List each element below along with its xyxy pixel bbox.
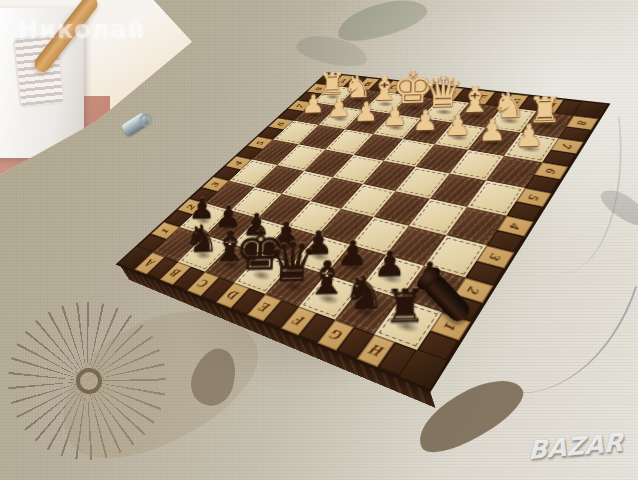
square-d7: ♟	[373, 114, 421, 139]
square-c7: ♟	[345, 110, 392, 134]
square-b8: ♞	[338, 89, 382, 110]
square-c4	[282, 171, 333, 201]
piece-white-rook-a8: ♜	[318, 69, 346, 98]
square-d8: ♚	[392, 95, 439, 118]
coordinate-cell: E	[438, 87, 464, 101]
piece-white-pawn-g7: ♟	[478, 116, 506, 145]
piece-shadow	[301, 110, 327, 120]
border-cell	[258, 127, 284, 139]
coordinate-cell: C	[382, 81, 407, 94]
watermark-bazar: BAZAR	[528, 428, 623, 465]
coordinate-cell: 8	[307, 84, 331, 94]
coordinate-cell: A	[331, 75, 354, 87]
border-cell	[395, 82, 420, 95]
square-e6	[384, 139, 435, 167]
border-cell	[236, 146, 262, 159]
coordinate-cell: D	[409, 84, 434, 97]
piece-white-pawn-b7: ♟	[327, 95, 352, 120]
piece-white-queen-e8: ♛	[423, 71, 464, 114]
watermark-name: Николай	[18, 16, 145, 44]
coordinate-cell: B	[356, 78, 380, 90]
square-b6	[299, 125, 346, 150]
piece-shadow	[345, 95, 372, 105]
piece-shadow	[429, 106, 459, 117]
piece-shadow	[443, 131, 475, 143]
square-d6	[354, 134, 403, 161]
piece-black-knight-g1: ♞	[342, 269, 386, 315]
square-e8: ♛	[421, 99, 469, 123]
piece-shadow	[353, 118, 382, 129]
photo-scene: ABCDEFGH8765432187654321ABCDEFGH♜♞♝♚♛♝♞♜…	[0, 0, 638, 480]
piece-white-bishop-f8: ♝	[457, 82, 492, 119]
piece-shadow	[381, 122, 411, 133]
border-cell	[297, 92, 322, 103]
square-c5	[304, 149, 353, 177]
piece-white-pawn-c7: ♟	[353, 99, 378, 125]
coordinate-cell: F	[469, 90, 495, 104]
border-cell	[454, 89, 480, 103]
coordinate-cell: 5	[247, 136, 273, 149]
piece-white-pawn-h7: ♟	[514, 121, 543, 151]
coordinate-cell: 7	[288, 100, 313, 111]
coordinate-cell: 3	[202, 177, 230, 192]
piece-shadow	[411, 126, 442, 138]
piece-white-pawn-e7: ♟	[412, 107, 439, 135]
border-corner	[316, 73, 343, 85]
border-cell	[214, 166, 241, 180]
square-c8: ♝	[364, 92, 409, 114]
piece-shadow	[400, 103, 429, 113]
piece-shadow	[326, 113, 353, 123]
board-metal-clasp	[121, 112, 150, 137]
square-b5	[277, 144, 325, 171]
square-e7: ♟	[403, 118, 452, 144]
piece-white-pawn-d7: ♟	[382, 103, 408, 130]
square-d5	[333, 155, 384, 184]
piece-white-knight-b8: ♞	[342, 71, 372, 102]
border-cell	[343, 76, 367, 88]
coordinate-cell: 4	[225, 156, 252, 170]
piece-white-pawn-f7: ♟	[444, 111, 471, 139]
border-cell	[424, 85, 449, 99]
piece-shadow	[372, 99, 400, 109]
coordinate-cell: 6	[268, 118, 294, 130]
piece-white-bishop-c8: ♝	[368, 72, 401, 106]
border-cell	[278, 109, 303, 121]
square-b4	[255, 165, 304, 194]
piece-shadow	[320, 92, 346, 101]
border-cell	[369, 79, 393, 92]
square-b7: ♟	[319, 106, 364, 129]
piece-white-king-d8: ♚	[392, 66, 435, 110]
square-c6	[325, 129, 373, 155]
